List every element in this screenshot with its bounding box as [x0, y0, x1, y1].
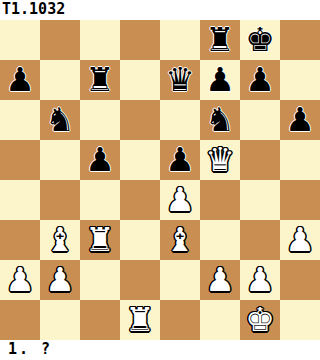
square-g7[interactable]: ♟	[240, 60, 280, 100]
square-a3[interactable]	[0, 220, 40, 260]
piece-black-pawn: ♟	[205, 60, 235, 100]
piece-black-king: ♚	[245, 20, 275, 60]
square-a2[interactable]: ♟	[0, 260, 40, 300]
chess-puzzle-page: T1.1032 ♜♚♟♜♛♟♟♞♞♟♟♟♛♟♝♜♝♟♟♟♟♟♜♚ 1. ?	[0, 0, 320, 360]
square-g5[interactable]	[240, 140, 280, 180]
square-f6[interactable]: ♞	[200, 100, 240, 140]
square-d3[interactable]	[120, 220, 160, 260]
square-d6[interactable]	[120, 100, 160, 140]
square-c2[interactable]	[80, 260, 120, 300]
square-d4[interactable]	[120, 180, 160, 220]
square-h3[interactable]: ♟	[280, 220, 320, 260]
piece-black-knight: ♞	[205, 100, 235, 140]
move-prompt: 1. ?	[0, 340, 320, 360]
piece-white-pawn: ♟	[285, 220, 315, 260]
square-a5[interactable]	[0, 140, 40, 180]
square-d2[interactable]	[120, 260, 160, 300]
square-g2[interactable]: ♟	[240, 260, 280, 300]
square-h5[interactable]	[280, 140, 320, 180]
piece-white-pawn: ♟	[165, 180, 195, 220]
square-g6[interactable]	[240, 100, 280, 140]
square-c8[interactable]	[80, 20, 120, 60]
square-b5[interactable]	[40, 140, 80, 180]
puzzle-title: T1.1032	[0, 0, 320, 20]
piece-black-pawn: ♟	[165, 140, 195, 180]
square-b3[interactable]: ♝	[40, 220, 80, 260]
square-e7[interactable]: ♛	[160, 60, 200, 100]
square-e1[interactable]	[160, 300, 200, 340]
square-e5[interactable]: ♟	[160, 140, 200, 180]
square-f4[interactable]	[200, 180, 240, 220]
square-d1[interactable]: ♜	[120, 300, 160, 340]
square-e8[interactable]	[160, 20, 200, 60]
square-b8[interactable]	[40, 20, 80, 60]
square-g3[interactable]	[240, 220, 280, 260]
piece-white-pawn: ♟	[45, 260, 75, 300]
piece-white-rook: ♜	[125, 300, 155, 340]
square-b2[interactable]: ♟	[40, 260, 80, 300]
square-g8[interactable]: ♚	[240, 20, 280, 60]
square-e2[interactable]	[160, 260, 200, 300]
square-b1[interactable]	[40, 300, 80, 340]
square-c7[interactable]: ♜	[80, 60, 120, 100]
square-e3[interactable]: ♝	[160, 220, 200, 260]
square-f3[interactable]	[200, 220, 240, 260]
square-h8[interactable]	[280, 20, 320, 60]
square-f5[interactable]: ♛	[200, 140, 240, 180]
square-a4[interactable]	[0, 180, 40, 220]
piece-white-rook: ♜	[85, 220, 115, 260]
square-d7[interactable]	[120, 60, 160, 100]
piece-white-pawn: ♟	[205, 260, 235, 300]
square-d5[interactable]	[120, 140, 160, 180]
piece-black-knight: ♞	[45, 100, 75, 140]
piece-white-bishop: ♝	[165, 220, 195, 260]
piece-black-pawn: ♟	[285, 100, 315, 140]
square-d8[interactable]	[120, 20, 160, 60]
piece-black-rook: ♜	[205, 20, 235, 60]
piece-black-queen: ♛	[165, 60, 195, 100]
square-f2[interactable]: ♟	[200, 260, 240, 300]
piece-black-pawn: ♟	[245, 60, 275, 100]
square-h4[interactable]	[280, 180, 320, 220]
square-c4[interactable]	[80, 180, 120, 220]
square-b6[interactable]: ♞	[40, 100, 80, 140]
piece-white-queen: ♛	[205, 140, 235, 180]
square-e4[interactable]: ♟	[160, 180, 200, 220]
piece-white-king: ♚	[245, 300, 275, 340]
square-a1[interactable]	[0, 300, 40, 340]
square-c5[interactable]: ♟	[80, 140, 120, 180]
square-h6[interactable]: ♟	[280, 100, 320, 140]
square-h2[interactable]	[280, 260, 320, 300]
square-h7[interactable]	[280, 60, 320, 100]
piece-white-bishop: ♝	[45, 220, 75, 260]
square-a6[interactable]	[0, 100, 40, 140]
square-h1[interactable]	[280, 300, 320, 340]
square-c3[interactable]: ♜	[80, 220, 120, 260]
square-b4[interactable]	[40, 180, 80, 220]
square-a8[interactable]	[0, 20, 40, 60]
piece-white-pawn: ♟	[245, 260, 275, 300]
square-f8[interactable]: ♜	[200, 20, 240, 60]
piece-black-pawn: ♟	[85, 140, 115, 180]
square-g1[interactable]: ♚	[240, 300, 280, 340]
square-c6[interactable]	[80, 100, 120, 140]
square-f7[interactable]: ♟	[200, 60, 240, 100]
chess-board: ♜♚♟♜♛♟♟♞♞♟♟♟♛♟♝♜♝♟♟♟♟♟♜♚	[0, 20, 320, 340]
square-e6[interactable]	[160, 100, 200, 140]
square-b7[interactable]	[40, 60, 80, 100]
piece-black-rook: ♜	[85, 60, 115, 100]
square-f1[interactable]	[200, 300, 240, 340]
square-c1[interactable]	[80, 300, 120, 340]
piece-black-pawn: ♟	[5, 60, 35, 100]
square-a7[interactable]: ♟	[0, 60, 40, 100]
piece-white-pawn: ♟	[5, 260, 35, 300]
square-g4[interactable]	[240, 180, 280, 220]
